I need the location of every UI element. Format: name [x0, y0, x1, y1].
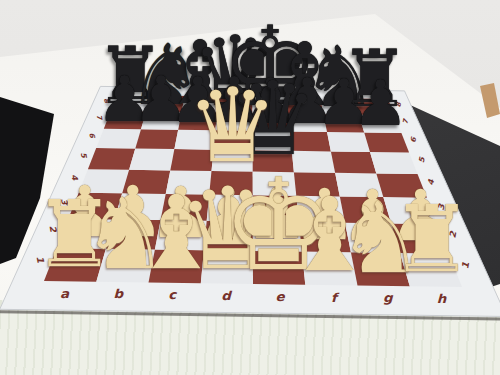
- square-f1: [302, 252, 358, 286]
- square-b3: [115, 193, 166, 220]
- square-f2: [299, 222, 351, 252]
- square-f6: [290, 131, 331, 151]
- square-d6: [214, 130, 253, 150]
- square-h7: [359, 115, 402, 133]
- square-d4: [209, 171, 253, 195]
- square-e7: [253, 113, 290, 131]
- square-e8: [253, 97, 289, 114]
- square-c1: [149, 250, 204, 284]
- square-g1: [351, 252, 410, 286]
- square-b8: [146, 96, 185, 113]
- square-d1: [201, 250, 253, 284]
- square-d3: [207, 195, 253, 222]
- square-c8: [182, 96, 219, 113]
- file-label-g: g: [383, 291, 393, 305]
- square-g3: [340, 197, 391, 224]
- square-d5: [212, 150, 253, 172]
- square-g7: [324, 114, 365, 132]
- square-f3: [296, 196, 345, 223]
- square-f7: [288, 114, 327, 132]
- square-c3: [161, 194, 210, 221]
- chess-board: abcdefgh1122334455667788: [0, 0, 500, 375]
- square-b5: [129, 149, 174, 171]
- square-c4: [166, 170, 212, 194]
- square-c5: [170, 149, 213, 171]
- square-e6: [253, 131, 292, 151]
- file-label-e: e: [275, 289, 285, 303]
- square-b1: [96, 249, 155, 283]
- square-g4: [335, 173, 383, 197]
- square-b2: [106, 220, 161, 250]
- square-g5: [331, 151, 376, 173]
- square-f5: [292, 151, 335, 173]
- square-g6: [327, 132, 370, 152]
- square-g2: [345, 223, 400, 253]
- square-b6: [135, 129, 178, 149]
- square-e1: [253, 251, 305, 285]
- square-a6: [96, 129, 141, 149]
- square-f8: [286, 98, 323, 115]
- square-c2: [155, 220, 207, 250]
- square-c6: [174, 130, 215, 150]
- square-d7: [215, 113, 252, 131]
- square-b7: [141, 112, 182, 130]
- square-d2: [204, 221, 253, 251]
- square-c7: [178, 112, 217, 130]
- scene: abcdefgh1122334455667788 ♜♞♝♛♚♝♞♜♟♟♟♟♟♟♟…: [0, 0, 500, 375]
- square-e4: [253, 172, 297, 196]
- square-b4: [122, 170, 170, 194]
- square-f4: [294, 172, 340, 196]
- square-e5: [253, 150, 294, 172]
- square-e3: [253, 195, 299, 222]
- square-a5: [88, 148, 135, 170]
- file-label-h: h: [437, 292, 447, 306]
- square-a7: [104, 111, 146, 129]
- file-label-b: b: [114, 287, 124, 301]
- file-label-a: a: [60, 286, 70, 300]
- square-e2: [253, 222, 302, 252]
- square-a8: [111, 95, 151, 112]
- square-d8: [217, 97, 252, 114]
- square-g8: [320, 98, 359, 115]
- square-h8: [354, 99, 394, 116]
